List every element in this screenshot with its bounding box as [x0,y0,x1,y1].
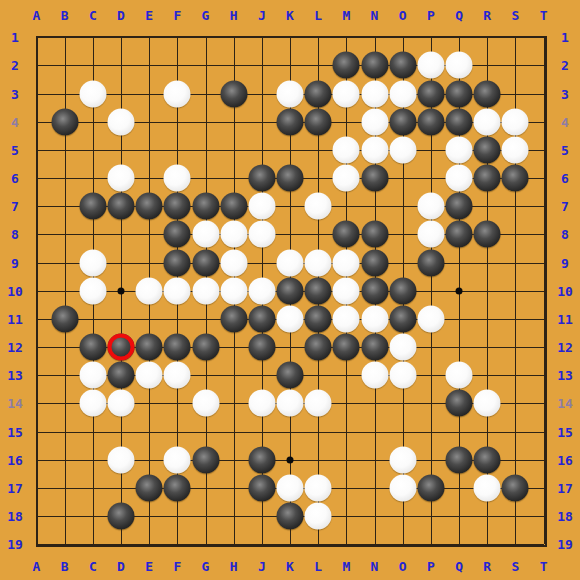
row-label-right: 17 [557,480,573,495]
stone-black[interactable] [164,474,191,501]
row-label-right: 12 [557,340,573,355]
column-label-top: O [399,8,407,23]
column-label-top: N [371,8,379,23]
column-label-top: P [427,8,435,23]
row-label-left: 10 [7,283,23,298]
stone-black[interactable] [192,249,219,276]
column-label-top: C [89,8,97,23]
stone-white[interactable] [79,249,106,276]
stone-white[interactable] [277,80,304,107]
stone-white[interactable] [389,474,416,501]
column-label-bottom: H [230,559,238,574]
column-label-top: F [173,8,181,23]
stone-white[interactable] [192,221,219,248]
column-label-top: K [286,8,294,23]
column-label-top: B [61,8,69,23]
stone-black[interactable] [446,193,473,220]
stone-white[interactable] [389,362,416,389]
stone-black[interactable] [277,108,304,135]
stone-white[interactable] [389,136,416,163]
stone-white[interactable] [108,108,135,135]
stone-black[interactable] [51,305,78,332]
stone-black[interactable] [192,334,219,361]
stone-black[interactable] [474,221,501,248]
stone-black[interactable] [389,52,416,79]
column-label-bottom: B [61,559,69,574]
stone-white[interactable] [164,80,191,107]
row-label-left: 1 [11,30,19,45]
stone-black[interactable] [108,193,135,220]
stone-black[interactable] [248,305,275,332]
stone-black[interactable] [51,108,78,135]
row-label-right: 15 [557,424,573,439]
stone-black[interactable] [305,277,332,304]
stone-black[interactable] [361,334,388,361]
stone-black[interactable] [417,474,444,501]
stone-white[interactable] [361,305,388,332]
stone-black[interactable] [220,193,247,220]
stone-black[interactable] [277,503,304,530]
column-label-top: J [258,8,266,23]
row-label-left: 11 [7,311,23,326]
stone-black[interactable] [446,80,473,107]
column-label-bottom: D [117,559,125,574]
row-label-left: 18 [7,509,23,524]
stone-black[interactable] [361,249,388,276]
stone-white[interactable] [108,446,135,473]
stone-white[interactable] [417,52,444,79]
column-label-top: Q [455,8,463,23]
stone-white[interactable] [333,277,360,304]
star-point [456,287,463,294]
row-label-left: 6 [11,171,19,186]
column-label-top: E [145,8,153,23]
stone-white[interactable] [333,80,360,107]
column-label-bottom: E [145,559,153,574]
stone-white[interactable] [389,446,416,473]
stone-black[interactable] [474,446,501,473]
last-move-marker [108,334,135,361]
row-label-left: 13 [7,368,23,383]
stone-black[interactable] [305,334,332,361]
row-label-right: 4 [561,114,569,129]
column-label-top: T [540,8,548,23]
stone-black[interactable] [305,108,332,135]
stone-black[interactable] [474,80,501,107]
stone-white[interactable] [474,108,501,135]
stone-black[interactable] [333,52,360,79]
column-label-top: R [483,8,491,23]
row-label-left: 3 [11,86,19,101]
stone-white[interactable] [136,362,163,389]
stone-black[interactable] [417,249,444,276]
stone-black[interactable] [305,80,332,107]
stone-white[interactable] [333,249,360,276]
stone-black[interactable] [164,334,191,361]
row-label-left: 8 [11,227,19,242]
stone-black[interactable] [389,277,416,304]
column-label-top: M [342,8,350,23]
stone-black[interactable] [361,277,388,304]
stone-white[interactable] [446,362,473,389]
star-point [287,456,294,463]
stone-white[interactable] [417,305,444,332]
stone-white[interactable] [389,80,416,107]
stone-black[interactable] [305,305,332,332]
stone-white[interactable] [277,390,304,417]
row-label-left: 5 [11,142,19,157]
row-label-right: 11 [557,311,573,326]
stone-black[interactable] [136,193,163,220]
stone-white[interactable] [305,474,332,501]
stone-white[interactable] [277,305,304,332]
row-label-right: 13 [557,368,573,383]
stone-black[interactable] [220,80,247,107]
row-label-right: 2 [561,58,569,73]
stone-white[interactable] [164,277,191,304]
stone-black[interactable] [220,305,247,332]
stone-white[interactable] [220,277,247,304]
stone-white[interactable] [248,193,275,220]
column-label-bottom: F [173,559,181,574]
stone-black[interactable] [333,334,360,361]
column-label-top: D [117,8,125,23]
row-label-right: 16 [557,452,573,467]
stone-black[interactable] [361,52,388,79]
stone-black[interactable] [417,80,444,107]
column-label-bottom: K [286,559,294,574]
row-label-left: 19 [7,537,23,552]
column-label-bottom: R [483,559,491,574]
column-label-bottom: Q [455,559,463,574]
column-label-top: S [511,8,519,23]
stone-white[interactable] [361,108,388,135]
stone-black[interactable] [474,136,501,163]
stone-black[interactable] [136,334,163,361]
stone-black[interactable] [79,193,106,220]
stone-white[interactable] [79,277,106,304]
row-label-right: 10 [557,283,573,298]
column-label-bottom: G [202,559,210,574]
stone-black[interactable] [446,446,473,473]
stone-black[interactable] [502,165,529,192]
stone-black[interactable] [248,165,275,192]
row-label-right: 1 [561,30,569,45]
stone-white[interactable] [389,334,416,361]
column-label-top: L [314,8,322,23]
column-label-top: H [230,8,238,23]
stone-white[interactable] [108,165,135,192]
stone-white[interactable] [220,221,247,248]
stone-black[interactable] [277,277,304,304]
stone-white[interactable] [361,136,388,163]
row-label-right: 3 [561,86,569,101]
row-label-right: 8 [561,227,569,242]
stone-black[interactable] [108,503,135,530]
stone-black[interactable] [417,108,444,135]
column-label-bottom: O [399,559,407,574]
stone-white[interactable] [305,503,332,530]
row-label-right: 19 [557,537,573,552]
stone-white[interactable] [277,249,304,276]
stone-white[interactable] [333,305,360,332]
stone-black[interactable] [164,193,191,220]
stone-black[interactable] [389,108,416,135]
stone-white[interactable] [305,249,332,276]
stone-black[interactable] [277,362,304,389]
row-label-left: 12 [7,340,23,355]
stone-white[interactable] [446,165,473,192]
row-label-left: 4 [11,114,19,129]
column-label-bottom: T [540,559,548,574]
stone-white[interactable] [220,249,247,276]
stone-white[interactable] [136,277,163,304]
stone-white[interactable] [333,136,360,163]
column-label-bottom: L [314,559,322,574]
stone-black[interactable] [361,165,388,192]
row-label-left: 16 [7,452,23,467]
stone-white[interactable] [79,390,106,417]
stone-black[interactable] [164,249,191,276]
column-label-bottom: S [511,559,519,574]
row-label-right: 5 [561,142,569,157]
row-label-left: 15 [7,424,23,439]
row-label-right: 9 [561,255,569,270]
stone-black[interactable] [446,221,473,248]
star-point [118,287,125,294]
stone-black[interactable] [108,362,135,389]
row-label-right: 6 [561,171,569,186]
stone-black[interactable] [248,334,275,361]
stone-white[interactable] [417,193,444,220]
stone-white[interactable] [446,136,473,163]
row-label-left: 9 [11,255,19,270]
row-label-left: 2 [11,58,19,73]
stone-white[interactable] [108,390,135,417]
stone-white[interactable] [248,221,275,248]
stone-black[interactable] [474,165,501,192]
stone-black[interactable] [248,446,275,473]
row-label-right: 14 [557,396,573,411]
stone-white[interactable] [474,390,501,417]
stone-black[interactable] [164,221,191,248]
stone-white[interactable] [361,362,388,389]
stone-black[interactable] [79,334,106,361]
stone-black[interactable] [192,193,219,220]
stone-white[interactable] [305,390,332,417]
stone-black[interactable] [446,108,473,135]
stone-white[interactable] [164,446,191,473]
column-label-top: G [202,8,210,23]
stone-white[interactable] [277,474,304,501]
row-label-left: 17 [7,480,23,495]
stone-black[interactable] [446,390,473,417]
stone-white[interactable] [333,165,360,192]
stone-black[interactable] [136,474,163,501]
stone-white[interactable] [79,80,106,107]
stone-white[interactable] [502,108,529,135]
stone-white[interactable] [361,80,388,107]
go-board-app: AABBCCDDEEFFGGHHJJKKLLMMNNOOPPQQRRSSTT11… [0,0,580,580]
stone-white[interactable] [474,474,501,501]
stone-white[interactable] [248,390,275,417]
row-label-left: 14 [7,396,23,411]
stone-black[interactable] [277,165,304,192]
stone-white[interactable] [164,362,191,389]
stone-black[interactable] [333,221,360,248]
stone-black[interactable] [361,221,388,248]
stone-black[interactable] [248,474,275,501]
stone-white[interactable] [417,221,444,248]
stone-black[interactable] [192,446,219,473]
stone-white[interactable] [79,362,106,389]
stone-black[interactable] [502,474,529,501]
column-label-bottom: M [342,559,350,574]
stone-white[interactable] [192,277,219,304]
stone-white[interactable] [164,165,191,192]
stone-black[interactable] [389,305,416,332]
stone-white[interactable] [305,193,332,220]
stone-white[interactable] [248,277,275,304]
stone-white[interactable] [502,136,529,163]
row-label-right: 7 [561,199,569,214]
column-label-bottom: C [89,559,97,574]
row-label-right: 18 [557,509,573,524]
column-label-bottom: N [371,559,379,574]
column-label-bottom: J [258,559,266,574]
column-label-bottom: P [427,559,435,574]
stone-white[interactable] [446,52,473,79]
column-label-top: A [33,8,41,23]
column-label-bottom: A [33,559,41,574]
row-label-left: 7 [11,199,19,214]
stone-white[interactable] [192,390,219,417]
